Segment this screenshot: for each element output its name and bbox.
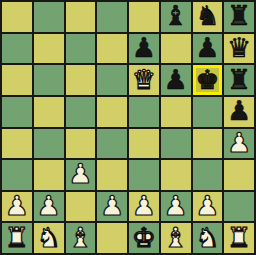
square-h5[interactable]: ♟ <box>224 97 254 127</box>
square-b8[interactable] <box>34 2 64 32</box>
white-knight[interactable]: ♞ <box>37 224 61 251</box>
square-b7[interactable] <box>34 34 64 64</box>
square-d2[interactable]: ♟ <box>97 192 127 222</box>
square-h3[interactable] <box>224 160 254 190</box>
square-c2[interactable] <box>66 192 96 222</box>
square-a7[interactable] <box>2 34 32 64</box>
square-a5[interactable] <box>2 97 32 127</box>
white-pawn[interactable]: ♟ <box>100 192 124 219</box>
square-f8[interactable]: ♝ <box>161 2 191 32</box>
square-f2[interactable]: ♟ <box>161 192 191 222</box>
white-queen[interactable]: ♛ <box>132 66 156 93</box>
white-pawn[interactable]: ♟ <box>5 192 29 219</box>
square-b1[interactable]: ♞ <box>34 223 64 253</box>
square-f3[interactable] <box>161 160 191 190</box>
square-e8[interactable] <box>129 2 159 32</box>
square-c1[interactable]: ♝ <box>66 223 96 253</box>
white-pawn[interactable]: ♟ <box>227 129 251 156</box>
square-g5[interactable] <box>193 97 223 127</box>
square-c5[interactable] <box>66 97 96 127</box>
square-g8[interactable]: ♞ <box>193 2 223 32</box>
square-a6[interactable] <box>2 65 32 95</box>
black-bishop[interactable]: ♝ <box>164 2 188 29</box>
black-rook[interactable]: ♜ <box>227 2 251 29</box>
white-pawn[interactable]: ♟ <box>195 192 219 219</box>
black-pawn[interactable]: ♟ <box>164 66 188 93</box>
black-queen[interactable]: ♛ <box>227 34 251 61</box>
square-d5[interactable] <box>97 97 127 127</box>
square-b6[interactable] <box>34 65 64 95</box>
white-pawn[interactable]: ♟ <box>132 192 156 219</box>
square-c3[interactable]: ♟ <box>66 160 96 190</box>
square-d4[interactable] <box>97 129 127 159</box>
square-e4[interactable] <box>129 129 159 159</box>
chess-board: ♝♞♜♟♟♛♛♟♚♜♟♟♟♟♟♟♟♟♟♜♞♝♚♝♞♜ <box>0 0 256 255</box>
black-pawn[interactable]: ♟ <box>132 34 156 61</box>
square-a1[interactable]: ♜ <box>2 223 32 253</box>
white-pawn[interactable]: ♟ <box>37 192 61 219</box>
square-h1[interactable]: ♜ <box>224 223 254 253</box>
square-g6[interactable]: ♚ <box>193 65 223 95</box>
white-bishop[interactable]: ♝ <box>164 224 188 251</box>
square-d1[interactable] <box>97 223 127 253</box>
white-knight[interactable]: ♞ <box>195 224 219 251</box>
black-pawn[interactable]: ♟ <box>195 34 219 61</box>
square-f6[interactable]: ♟ <box>161 65 191 95</box>
square-c4[interactable] <box>66 129 96 159</box>
square-e3[interactable] <box>129 160 159 190</box>
square-a3[interactable] <box>2 160 32 190</box>
square-h8[interactable]: ♜ <box>224 2 254 32</box>
square-c6[interactable] <box>66 65 96 95</box>
square-d7[interactable] <box>97 34 127 64</box>
white-king[interactable]: ♚ <box>132 224 156 251</box>
square-h7[interactable]: ♛ <box>224 34 254 64</box>
square-g3[interactable] <box>193 160 223 190</box>
square-b2[interactable]: ♟ <box>34 192 64 222</box>
square-a8[interactable] <box>2 2 32 32</box>
white-pawn[interactable]: ♟ <box>164 192 188 219</box>
square-e5[interactable] <box>129 97 159 127</box>
square-c8[interactable] <box>66 2 96 32</box>
black-rook[interactable]: ♜ <box>227 66 251 93</box>
square-e2[interactable]: ♟ <box>129 192 159 222</box>
square-e1[interactable]: ♚ <box>129 223 159 253</box>
square-e6[interactable]: ♛ <box>129 65 159 95</box>
black-king[interactable]: ♚ <box>195 66 219 93</box>
square-d6[interactable] <box>97 65 127 95</box>
square-a4[interactable] <box>2 129 32 159</box>
square-f5[interactable] <box>161 97 191 127</box>
square-e7[interactable]: ♟ <box>129 34 159 64</box>
white-rook[interactable]: ♜ <box>227 224 251 251</box>
square-h2[interactable] <box>224 192 254 222</box>
white-pawn[interactable]: ♟ <box>68 160 92 187</box>
square-g4[interactable] <box>193 129 223 159</box>
square-c7[interactable] <box>66 34 96 64</box>
square-g1[interactable]: ♞ <box>193 223 223 253</box>
square-f1[interactable]: ♝ <box>161 223 191 253</box>
square-b4[interactable] <box>34 129 64 159</box>
square-b3[interactable] <box>34 160 64 190</box>
black-pawn[interactable]: ♟ <box>227 97 251 124</box>
white-rook[interactable]: ♜ <box>5 224 29 251</box>
square-h4[interactable]: ♟ <box>224 129 254 159</box>
square-b5[interactable] <box>34 97 64 127</box>
square-f4[interactable] <box>161 129 191 159</box>
square-d3[interactable] <box>97 160 127 190</box>
square-g7[interactable]: ♟ <box>193 34 223 64</box>
square-f7[interactable] <box>161 34 191 64</box>
square-g2[interactable]: ♟ <box>193 192 223 222</box>
square-a2[interactable]: ♟ <box>2 192 32 222</box>
square-h6[interactable]: ♜ <box>224 65 254 95</box>
black-knight[interactable]: ♞ <box>195 2 219 29</box>
square-d8[interactable] <box>97 2 127 32</box>
white-bishop[interactable]: ♝ <box>68 224 92 251</box>
